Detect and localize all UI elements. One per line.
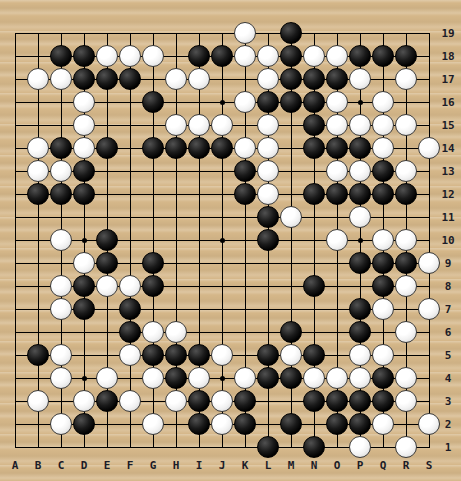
stone-white — [165, 390, 187, 412]
row-label-19: 19 — [441, 27, 454, 40]
stone-black — [73, 183, 95, 205]
column-label-A: A — [12, 459, 19, 472]
stone-black — [349, 321, 371, 343]
stone-black — [234, 160, 256, 182]
stone-white — [119, 344, 141, 366]
column-label-H: H — [173, 459, 180, 472]
stone-black — [326, 137, 348, 159]
stone-black — [27, 344, 49, 366]
stone-black — [96, 390, 118, 412]
column-label-C: C — [58, 459, 65, 472]
stone-white — [326, 114, 348, 136]
stone-white — [257, 137, 279, 159]
stone-black — [142, 91, 164, 113]
stone-white — [73, 91, 95, 113]
stone-white — [372, 344, 394, 366]
star-point — [82, 238, 87, 243]
stone-white — [119, 390, 141, 412]
stone-white — [326, 229, 348, 251]
stone-black — [50, 45, 72, 67]
star-point — [358, 100, 363, 105]
stone-white — [349, 344, 371, 366]
column-label-I: I — [196, 459, 203, 472]
stone-black — [188, 413, 210, 435]
stone-white — [280, 344, 302, 366]
stone-white — [395, 390, 417, 412]
stone-white — [50, 229, 72, 251]
stone-white — [349, 68, 371, 90]
stone-black — [326, 183, 348, 205]
stone-white — [142, 45, 164, 67]
stone-white — [418, 298, 440, 320]
row-label-9: 9 — [445, 257, 452, 270]
row-label-18: 18 — [441, 50, 454, 63]
stone-black — [280, 413, 302, 435]
row-label-12: 12 — [441, 188, 454, 201]
column-label-L: L — [265, 459, 272, 472]
stone-black — [96, 229, 118, 251]
go-game-screenshot: { "game": "go", "board": { "size": 19, "… — [0, 0, 461, 481]
stone-black — [280, 91, 302, 113]
stone-white — [372, 114, 394, 136]
stone-black — [50, 183, 72, 205]
stone-white — [372, 298, 394, 320]
stone-black — [372, 160, 394, 182]
stone-white — [372, 137, 394, 159]
stone-black — [303, 114, 325, 136]
stone-white — [234, 45, 256, 67]
stone-black — [188, 344, 210, 366]
stone-black — [234, 413, 256, 435]
stone-white — [349, 160, 371, 182]
row-label-2: 2 — [445, 418, 452, 431]
stone-black — [142, 252, 164, 274]
stone-white — [395, 367, 417, 389]
stone-black — [73, 413, 95, 435]
column-label-B: B — [35, 459, 42, 472]
stone-white — [50, 298, 72, 320]
stone-white — [73, 252, 95, 274]
column-label-G: G — [150, 459, 157, 472]
column-label-K: K — [242, 459, 249, 472]
stone-white — [395, 68, 417, 90]
stone-black — [280, 321, 302, 343]
stone-black — [73, 275, 95, 297]
stone-white — [27, 137, 49, 159]
stone-white — [50, 160, 72, 182]
stone-white — [50, 367, 72, 389]
stone-black — [372, 252, 394, 274]
stone-black — [372, 390, 394, 412]
stone-black — [303, 137, 325, 159]
stone-black — [119, 298, 141, 320]
stone-white — [372, 229, 394, 251]
stone-black — [303, 68, 325, 90]
stone-black — [326, 390, 348, 412]
row-label-14: 14 — [441, 142, 454, 155]
stone-black — [165, 344, 187, 366]
stone-black — [257, 344, 279, 366]
column-label-O: O — [334, 459, 341, 472]
stone-white — [234, 22, 256, 44]
stone-black — [119, 321, 141, 343]
stone-white — [234, 137, 256, 159]
stone-white — [165, 114, 187, 136]
stone-white — [303, 367, 325, 389]
column-label-M: M — [288, 459, 295, 472]
column-label-S: S — [426, 459, 433, 472]
stone-white — [165, 321, 187, 343]
stone-white — [142, 413, 164, 435]
stone-black — [349, 137, 371, 159]
stone-white — [142, 321, 164, 343]
stone-black — [395, 183, 417, 205]
stone-white — [73, 390, 95, 412]
stone-white — [73, 137, 95, 159]
stone-black — [349, 298, 371, 320]
stone-black — [326, 68, 348, 90]
stone-black — [280, 68, 302, 90]
column-label-Q: Q — [380, 459, 387, 472]
stone-black — [73, 45, 95, 67]
stone-black — [303, 390, 325, 412]
row-label-6: 6 — [445, 326, 452, 339]
stone-white — [395, 114, 417, 136]
stone-white — [211, 114, 233, 136]
row-label-16: 16 — [441, 96, 454, 109]
row-label-13: 13 — [441, 165, 454, 178]
stone-white — [372, 413, 394, 435]
star-point — [220, 238, 225, 243]
stone-black — [142, 137, 164, 159]
stone-black — [303, 91, 325, 113]
stone-black — [165, 367, 187, 389]
stone-white — [257, 183, 279, 205]
stone-white — [257, 160, 279, 182]
stone-black — [96, 137, 118, 159]
stone-black — [257, 436, 279, 458]
stone-black — [188, 137, 210, 159]
stone-black — [234, 183, 256, 205]
row-label-15: 15 — [441, 119, 454, 132]
stone-black — [50, 137, 72, 159]
stone-white — [142, 367, 164, 389]
stone-white — [326, 160, 348, 182]
stone-white — [418, 252, 440, 274]
stone-white — [27, 160, 49, 182]
go-board[interactable] — [15, 33, 429, 447]
stone-white — [395, 229, 417, 251]
star-point — [82, 376, 87, 381]
stone-white — [349, 436, 371, 458]
stone-black — [257, 91, 279, 113]
stone-black — [165, 137, 187, 159]
stone-white — [234, 91, 256, 113]
stone-black — [188, 390, 210, 412]
stone-white — [349, 114, 371, 136]
stone-black — [303, 275, 325, 297]
stone-white — [326, 91, 348, 113]
row-label-8: 8 — [445, 280, 452, 293]
stone-white — [119, 275, 141, 297]
stone-white — [349, 206, 371, 228]
row-label-1: 1 — [445, 441, 452, 454]
row-label-10: 10 — [441, 234, 454, 247]
stone-white — [395, 275, 417, 297]
row-label-11: 11 — [441, 211, 454, 224]
stone-black — [303, 183, 325, 205]
stone-black — [372, 367, 394, 389]
stone-white — [303, 45, 325, 67]
column-label-F: F — [127, 459, 134, 472]
stone-white — [188, 68, 210, 90]
row-label-3: 3 — [445, 395, 452, 408]
stone-white — [50, 275, 72, 297]
stone-black — [372, 45, 394, 67]
stone-black — [211, 45, 233, 67]
stone-white — [50, 413, 72, 435]
stone-black — [257, 367, 279, 389]
stone-black — [395, 45, 417, 67]
stone-white — [96, 275, 118, 297]
stone-white — [349, 367, 371, 389]
stone-white — [188, 114, 210, 136]
star-point — [358, 238, 363, 243]
stone-white — [96, 367, 118, 389]
stone-black — [73, 68, 95, 90]
stone-white — [27, 390, 49, 412]
column-label-J: J — [219, 459, 226, 472]
star-point — [220, 100, 225, 105]
stone-black — [96, 68, 118, 90]
stone-white — [257, 45, 279, 67]
stone-black — [257, 206, 279, 228]
star-point — [220, 376, 225, 381]
stone-white — [280, 206, 302, 228]
column-label-P: P — [357, 459, 364, 472]
stone-black — [349, 252, 371, 274]
grid-line-vertical — [429, 33, 430, 448]
stone-black — [280, 367, 302, 389]
stone-black — [234, 390, 256, 412]
stone-white — [188, 367, 210, 389]
stone-white — [326, 45, 348, 67]
stone-black — [142, 344, 164, 366]
row-label-17: 17 — [441, 73, 454, 86]
stone-white — [73, 114, 95, 136]
stone-black — [303, 436, 325, 458]
stone-black — [27, 183, 49, 205]
stone-white — [395, 321, 417, 343]
stone-black — [349, 183, 371, 205]
stone-black — [395, 252, 417, 274]
stone-black — [349, 45, 371, 67]
column-label-E: E — [104, 459, 111, 472]
stone-white — [418, 413, 440, 435]
stone-white — [165, 68, 187, 90]
column-label-R: R — [403, 459, 410, 472]
row-label-7: 7 — [445, 303, 452, 316]
column-label-N: N — [311, 459, 318, 472]
stone-black — [73, 298, 95, 320]
stone-white — [211, 413, 233, 435]
stone-black — [188, 45, 210, 67]
stone-white — [96, 45, 118, 67]
stone-white — [372, 91, 394, 113]
stone-black — [96, 252, 118, 274]
row-label-4: 4 — [445, 372, 452, 385]
stone-black — [280, 45, 302, 67]
stone-white — [395, 160, 417, 182]
column-label-D: D — [81, 459, 88, 472]
stone-white — [418, 137, 440, 159]
stone-black — [349, 413, 371, 435]
stone-white — [27, 68, 49, 90]
stone-white — [50, 68, 72, 90]
stone-white — [257, 114, 279, 136]
stone-black — [257, 229, 279, 251]
stone-white — [326, 367, 348, 389]
stone-white — [234, 367, 256, 389]
stone-white — [119, 45, 141, 67]
stone-white — [211, 390, 233, 412]
stone-white — [211, 344, 233, 366]
stone-black — [372, 183, 394, 205]
stone-black — [349, 390, 371, 412]
stone-white — [50, 344, 72, 366]
stone-black — [142, 275, 164, 297]
row-label-5: 5 — [445, 349, 452, 362]
stone-black — [119, 68, 141, 90]
stone-black — [280, 22, 302, 44]
stone-black — [303, 344, 325, 366]
stone-white — [257, 68, 279, 90]
stone-black — [211, 137, 233, 159]
stone-black — [73, 160, 95, 182]
stone-black — [372, 275, 394, 297]
stone-white — [395, 436, 417, 458]
stone-black — [326, 413, 348, 435]
